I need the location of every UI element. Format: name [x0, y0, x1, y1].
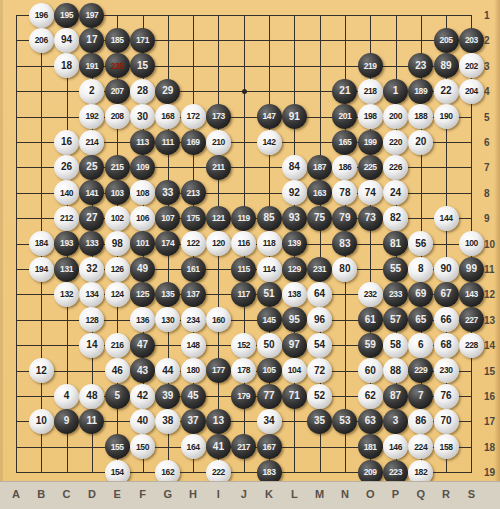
- stone-E2-move-185: 185: [105, 28, 130, 53]
- stone-G5-move-168: 168: [155, 104, 180, 129]
- stone-O5-move-198: 198: [358, 104, 383, 129]
- stone-C11-move-131: 131: [54, 257, 79, 282]
- stone-P15-move-88: 88: [383, 358, 408, 383]
- stone-number: 113: [136, 138, 149, 147]
- stone-number: 233: [389, 290, 402, 299]
- stone-number: 75: [314, 213, 325, 223]
- stone-number: 111: [162, 138, 174, 147]
- stone-J12-move-117: 117: [231, 282, 256, 307]
- stone-number: 12: [36, 366, 47, 376]
- stone-number: 14: [86, 340, 97, 350]
- column-label-M: M: [312, 488, 328, 500]
- stone-number: 81: [390, 239, 401, 249]
- stone-number: 46: [112, 366, 123, 376]
- stone-K18-move-167: 167: [257, 434, 282, 459]
- stone-number: 226: [389, 163, 402, 172]
- stone-J18-move-217: 217: [231, 434, 256, 459]
- stone-L7-move-84: 84: [282, 155, 307, 180]
- stone-D2-move-17: 17: [79, 28, 104, 53]
- stone-K14-move-50: 50: [257, 333, 282, 358]
- stone-number: 154: [111, 468, 124, 477]
- stone-C12-move-132: 132: [54, 282, 79, 307]
- stone-B1-move-196: 196: [29, 3, 54, 28]
- column-label-J: J: [236, 488, 252, 500]
- stone-number: 60: [365, 366, 376, 376]
- column-label-K: K: [261, 488, 277, 500]
- stone-number: 65: [415, 315, 426, 325]
- stone-F17-move-40: 40: [130, 409, 155, 434]
- stone-F11-move-49: 49: [130, 257, 155, 282]
- stone-I17-move-13: 13: [206, 409, 231, 434]
- stone-R11-move-90: 90: [434, 257, 459, 282]
- stone-M17-move-35: 35: [307, 409, 332, 434]
- go-board[interactable]: 1961951972069417185171205203181912351521…: [0, 0, 500, 481]
- stone-number: 50: [263, 340, 274, 350]
- column-label-Q: Q: [413, 488, 429, 500]
- column-label-F: F: [135, 488, 151, 500]
- stone-J11-move-115: 115: [231, 257, 256, 282]
- stone-R13-move-66: 66: [434, 307, 459, 332]
- stone-number: 205: [440, 36, 453, 45]
- stone-K15-move-105: 105: [257, 358, 282, 383]
- stone-F10-move-101: 101: [130, 231, 155, 256]
- stone-D9-move-27: 27: [79, 206, 104, 231]
- stone-number: 67: [441, 289, 452, 299]
- stone-number: 138: [288, 290, 301, 299]
- stone-C2-move-94: 94: [54, 28, 79, 53]
- stone-number: 180: [187, 366, 200, 375]
- column-label-C: C: [59, 488, 75, 500]
- stone-L15-move-104: 104: [282, 358, 307, 383]
- stone-number: 40: [137, 416, 148, 426]
- stone-number: 224: [414, 443, 427, 452]
- stone-number: 215: [111, 163, 124, 172]
- stone-number: 84: [289, 162, 300, 172]
- column-label-B: B: [33, 488, 49, 500]
- stone-number: 134: [85, 290, 98, 299]
- stone-O9-move-73: 73: [358, 206, 383, 231]
- stone-number: 55: [390, 264, 401, 274]
- stone-number: 20: [415, 137, 426, 147]
- stone-number: 77: [263, 391, 274, 401]
- stone-number: 3: [393, 416, 399, 426]
- stone-number: 32: [86, 264, 97, 274]
- stone-number: 104: [288, 366, 301, 375]
- stone-E14-move-216: 216: [105, 333, 130, 358]
- stone-number: 94: [61, 35, 72, 45]
- stone-O4-move-218: 218: [358, 79, 383, 104]
- stone-number: 130: [161, 316, 174, 325]
- stone-number: 135: [161, 290, 174, 299]
- stone-number: 158: [440, 443, 453, 452]
- stone-number: 165: [338, 138, 351, 147]
- stone-number: 186: [338, 163, 351, 172]
- stone-number: 87: [390, 391, 401, 401]
- stone-G4-move-29: 29: [155, 79, 180, 104]
- stone-G9-move-107: 107: [155, 206, 180, 231]
- column-labels-strip: ABCDEFGHIJKLMNOPQRS: [0, 481, 500, 509]
- stone-H5-move-172: 172: [181, 104, 206, 129]
- stone-number: 98: [112, 239, 123, 249]
- stone-number: 97: [289, 340, 300, 350]
- stone-number: 216: [111, 341, 124, 350]
- stone-number: 207: [111, 87, 124, 96]
- stone-number: 102: [111, 214, 124, 223]
- stone-C6-move-16: 16: [54, 130, 79, 155]
- stone-number: 155: [111, 443, 124, 452]
- stone-number: 234: [187, 316, 200, 325]
- stone-number: 212: [60, 214, 73, 223]
- stone-H16-move-45: 45: [181, 384, 206, 409]
- stone-H10-move-122: 122: [181, 231, 206, 256]
- stone-number: 51: [263, 289, 274, 299]
- stone-number: 137: [187, 290, 200, 299]
- stone-number: 217: [237, 443, 250, 452]
- stone-H13-move-234: 234: [181, 307, 206, 332]
- stone-number: 18: [61, 61, 72, 71]
- stone-D14-move-14: 14: [79, 333, 104, 358]
- stone-L11-move-129: 129: [282, 257, 307, 282]
- stone-O18-move-181: 181: [358, 434, 383, 459]
- stone-number: 70: [441, 416, 452, 426]
- stone-Q4-move-189: 189: [408, 79, 433, 104]
- stone-P10-move-81: 81: [383, 231, 408, 256]
- stone-E7-move-215: 215: [105, 155, 130, 180]
- stone-E9-move-102: 102: [105, 206, 130, 231]
- stone-M13-move-96: 96: [307, 307, 332, 332]
- stone-G16-move-39: 39: [155, 384, 180, 409]
- stone-number: 214: [85, 138, 98, 147]
- stone-L12-move-138: 138: [282, 282, 307, 307]
- stone-number: 194: [35, 265, 48, 274]
- stone-I9-move-121: 121: [206, 206, 231, 231]
- stone-number: 13: [213, 416, 224, 426]
- stone-L8-move-92: 92: [282, 180, 307, 205]
- stone-number: 71: [289, 391, 300, 401]
- stone-S12-move-143: 143: [459, 282, 484, 307]
- stone-number: 197: [85, 11, 98, 20]
- stone-B17-move-10: 10: [29, 409, 54, 434]
- stone-number: 73: [365, 213, 376, 223]
- stone-R2-move-205: 205: [434, 28, 459, 53]
- stone-number: 125: [136, 290, 149, 299]
- stone-number: 43: [137, 366, 148, 376]
- stone-S13-move-227: 227: [459, 307, 484, 332]
- stone-F8-move-108: 108: [130, 180, 155, 205]
- stone-C9-move-212: 212: [54, 206, 79, 231]
- stone-H15-move-180: 180: [181, 358, 206, 383]
- stone-K17-move-34: 34: [257, 409, 282, 434]
- stone-number: 218: [364, 87, 377, 96]
- stone-number: 115: [237, 265, 250, 274]
- stone-number: 59: [365, 340, 376, 350]
- stone-E12-move-124: 124: [105, 282, 130, 307]
- stone-R17-move-70: 70: [434, 409, 459, 434]
- stone-number: 21: [339, 86, 350, 96]
- stone-E11-move-126: 126: [105, 257, 130, 282]
- stone-M11-move-231: 231: [307, 257, 332, 282]
- stone-R15-move-230: 230: [434, 358, 459, 383]
- stone-D6-move-214: 214: [79, 130, 104, 155]
- column-label-L: L: [286, 488, 302, 500]
- stone-number: 82: [390, 213, 401, 223]
- stone-Q17-move-86: 86: [408, 409, 433, 434]
- stone-K9-move-85: 85: [257, 206, 282, 231]
- stone-Q6-move-20: 20: [408, 130, 433, 155]
- stone-number: 195: [60, 11, 73, 20]
- stone-I5-move-173: 173: [206, 104, 231, 129]
- stone-O12-move-232: 232: [358, 282, 383, 307]
- stone-J14-move-152: 152: [231, 333, 256, 358]
- stone-number: 209: [364, 468, 377, 477]
- stone-number: 144: [440, 214, 453, 223]
- stone-R9-move-144: 144: [434, 206, 459, 231]
- stone-number: 122: [187, 239, 200, 248]
- stone-J10-move-116: 116: [231, 231, 256, 256]
- stone-number: 63: [365, 416, 376, 426]
- stone-N8-move-78: 78: [332, 180, 357, 205]
- stone-number: 68: [441, 340, 452, 350]
- stone-number: 232: [364, 290, 377, 299]
- stone-number: 145: [263, 316, 276, 325]
- stone-number: 93: [289, 213, 300, 223]
- stone-number: 171: [136, 36, 149, 45]
- stone-I10-move-120: 120: [206, 231, 231, 256]
- stone-number: 101: [136, 239, 149, 248]
- stone-number: 193: [60, 239, 73, 248]
- stone-number: 128: [85, 316, 98, 325]
- board-left-shading: [0, 0, 3, 481]
- star-point-J4: [242, 89, 247, 94]
- stone-number: 229: [414, 366, 427, 375]
- stone-G12-move-135: 135: [155, 282, 180, 307]
- stone-H6-move-169: 169: [181, 130, 206, 155]
- column-label-A: A: [8, 488, 24, 500]
- stone-B2-move-206: 206: [29, 28, 54, 53]
- stone-D11-move-32: 32: [79, 257, 104, 282]
- stone-number: 161: [187, 265, 200, 274]
- stone-number: 136: [136, 316, 149, 325]
- stone-number: 45: [188, 391, 199, 401]
- stone-number: 2: [89, 86, 95, 96]
- stone-O17-move-63: 63: [358, 409, 383, 434]
- stone-number: 78: [339, 188, 350, 198]
- stone-number: 174: [161, 239, 174, 248]
- stone-number: 39: [162, 391, 173, 401]
- stone-E5-move-208: 208: [105, 104, 130, 129]
- stone-number: 15: [137, 61, 148, 71]
- stone-C7-move-26: 26: [54, 155, 79, 180]
- stone-C16-move-4: 4: [54, 384, 79, 409]
- stone-G6-move-111: 111: [155, 130, 180, 155]
- column-label-D: D: [84, 488, 100, 500]
- stone-C10-move-193: 193: [54, 231, 79, 256]
- stone-M15-move-72: 72: [307, 358, 332, 383]
- stone-F14-move-47: 47: [130, 333, 155, 358]
- stone-O14-move-59: 59: [358, 333, 383, 358]
- stone-H17-move-37: 37: [181, 409, 206, 434]
- stone-K16-move-77: 77: [257, 384, 282, 409]
- stone-number: 85: [263, 213, 274, 223]
- stone-number: 189: [414, 87, 427, 96]
- stone-Q5-move-188: 188: [408, 104, 433, 129]
- stone-number: 147: [263, 112, 276, 121]
- stone-D4-move-2: 2: [79, 79, 104, 104]
- stone-number: 220: [389, 138, 402, 147]
- stone-S10-move-100: 100: [459, 231, 484, 256]
- stone-D16-move-48: 48: [79, 384, 104, 409]
- stone-number: 230: [440, 366, 453, 375]
- stone-C3-move-18: 18: [54, 53, 79, 78]
- stone-R5-move-190: 190: [434, 104, 459, 129]
- stone-S2-move-203: 203: [459, 28, 484, 53]
- stone-C17-move-9: 9: [54, 409, 79, 434]
- stone-number: 100: [465, 239, 478, 248]
- stone-number: 203: [465, 36, 478, 45]
- stone-number: 182: [414, 468, 427, 477]
- stone-number: 56: [415, 239, 426, 249]
- stone-number: 164: [187, 443, 200, 452]
- stone-K11-move-114: 114: [257, 257, 282, 282]
- stone-B15-move-12: 12: [29, 358, 54, 383]
- stone-Q3-move-23: 23: [408, 53, 433, 78]
- stone-number: 163: [313, 189, 326, 198]
- stone-O3-move-219: 219: [358, 53, 383, 78]
- stone-number: 183: [263, 468, 276, 477]
- stone-number: 222: [212, 468, 225, 477]
- stone-number: 202: [465, 62, 478, 71]
- stone-H11-move-161: 161: [181, 257, 206, 282]
- stone-number: 200: [389, 112, 402, 121]
- stone-E3-move-235: 235: [105, 53, 130, 78]
- stone-F12-move-125: 125: [130, 282, 155, 307]
- stone-number: 188: [414, 112, 427, 121]
- stone-number: 117: [237, 290, 250, 299]
- stone-G13-move-130: 130: [155, 307, 180, 332]
- stone-F7-move-109: 109: [130, 155, 155, 180]
- stone-number: 24: [390, 188, 401, 198]
- stone-P17-move-3: 3: [383, 409, 408, 434]
- stone-number: 121: [212, 214, 225, 223]
- stone-D7-move-25: 25: [79, 155, 104, 180]
- stone-number: 184: [35, 239, 48, 248]
- stone-number: 69: [415, 289, 426, 299]
- stone-number: 10: [36, 416, 47, 426]
- column-label-N: N: [337, 488, 353, 500]
- stone-number: 119: [237, 214, 250, 223]
- stone-number: 28: [137, 86, 148, 96]
- stone-number: 190: [440, 112, 453, 121]
- stone-M9-move-75: 75: [307, 206, 332, 231]
- stone-number: 201: [338, 112, 351, 121]
- stone-O15-move-60: 60: [358, 358, 383, 383]
- stone-O8-move-74: 74: [358, 180, 383, 205]
- stone-number: 53: [339, 416, 350, 426]
- stone-P6-move-220: 220: [383, 130, 408, 155]
- stone-number: 4: [64, 391, 70, 401]
- column-label-E: E: [109, 488, 125, 500]
- stone-C8-move-140: 140: [54, 180, 79, 205]
- stone-I7-move-211: 211: [206, 155, 231, 180]
- stone-number: 72: [314, 366, 325, 376]
- stone-G10-move-174: 174: [155, 231, 180, 256]
- stone-G8-move-33: 33: [155, 180, 180, 205]
- stone-P11-move-55: 55: [383, 257, 408, 282]
- stone-number: 1: [393, 86, 399, 96]
- stone-R3-move-89: 89: [434, 53, 459, 78]
- stone-K5-move-147: 147: [257, 104, 282, 129]
- stone-O16-move-62: 62: [358, 384, 383, 409]
- column-label-R: R: [438, 488, 454, 500]
- stone-F6-move-113: 113: [130, 130, 155, 155]
- stone-D13-move-128: 128: [79, 307, 104, 332]
- stone-F16-move-42: 42: [130, 384, 155, 409]
- stone-number: 177: [212, 366, 225, 375]
- stone-Q14-move-6: 6: [408, 333, 433, 358]
- stone-number: 5: [114, 391, 120, 401]
- stone-number: 173: [212, 112, 225, 121]
- stone-number: 210: [212, 138, 225, 147]
- stone-H8-move-213: 213: [181, 180, 206, 205]
- stone-number: 35: [314, 416, 325, 426]
- stone-number: 7: [418, 391, 424, 401]
- stone-Q12-move-69: 69: [408, 282, 433, 307]
- stone-number: 79: [339, 213, 350, 223]
- stone-M16-move-52: 52: [307, 384, 332, 409]
- stone-D5-move-192: 192: [79, 104, 104, 129]
- stone-P16-move-87: 87: [383, 384, 408, 409]
- stone-L13-move-95: 95: [282, 307, 307, 332]
- stone-number: 150: [136, 443, 149, 452]
- stone-number: 91: [289, 112, 300, 122]
- stone-F2-move-171: 171: [130, 28, 155, 53]
- stone-number: 83: [339, 239, 350, 249]
- stone-number: 6: [418, 340, 424, 350]
- stone-R12-move-67: 67: [434, 282, 459, 307]
- stone-K13-move-145: 145: [257, 307, 282, 332]
- stone-D10-move-133: 133: [79, 231, 104, 256]
- stone-R14-move-68: 68: [434, 333, 459, 358]
- stone-J9-move-119: 119: [231, 206, 256, 231]
- stone-L16-move-71: 71: [282, 384, 307, 409]
- stone-number: 178: [237, 366, 250, 375]
- stone-M7-move-187: 187: [307, 155, 332, 180]
- stone-number: 96: [314, 315, 325, 325]
- stone-number: 139: [288, 239, 301, 248]
- stone-M8-move-163: 163: [307, 180, 332, 205]
- stone-N6-move-165: 165: [332, 130, 357, 155]
- stone-number: 90: [441, 264, 452, 274]
- stone-number: 114: [263, 265, 276, 274]
- stone-number: 175: [187, 214, 200, 223]
- stone-number: 132: [60, 290, 73, 299]
- stone-number: 41: [213, 442, 224, 452]
- stone-number: 228: [465, 341, 478, 350]
- stone-number: 33: [162, 188, 173, 198]
- stone-number: 185: [111, 36, 124, 45]
- column-label-G: G: [160, 488, 176, 500]
- stone-N10-move-83: 83: [332, 231, 357, 256]
- stone-R4-move-22: 22: [434, 79, 459, 104]
- stone-H18-move-164: 164: [181, 434, 206, 459]
- stone-number: 29: [162, 86, 173, 96]
- stone-number: 9: [64, 416, 70, 426]
- stone-E15-move-46: 46: [105, 358, 130, 383]
- stone-O13-move-61: 61: [358, 307, 383, 332]
- stone-number: 17: [86, 35, 97, 45]
- stone-M14-move-54: 54: [307, 333, 332, 358]
- stone-S4-move-204: 204: [459, 79, 484, 104]
